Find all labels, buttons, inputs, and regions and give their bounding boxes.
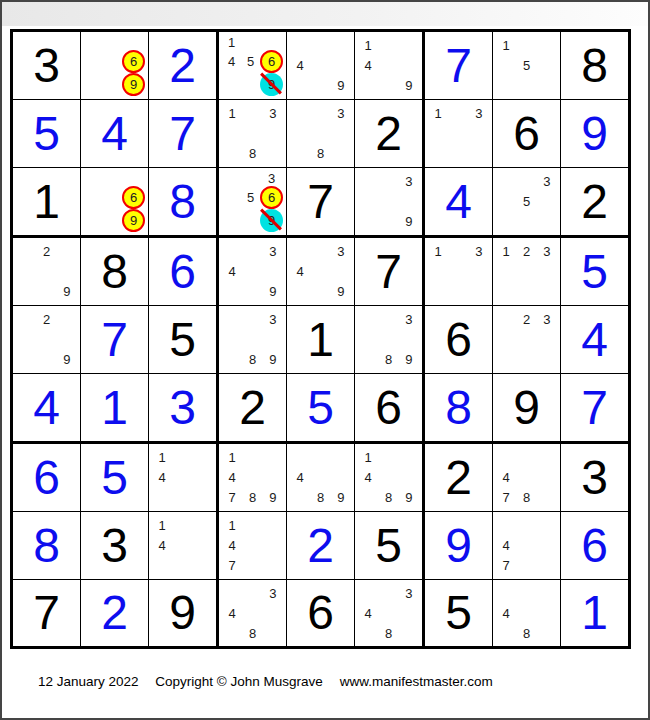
solved-digit: 5 <box>101 454 128 502</box>
pencil-marks: 478 <box>493 444 560 511</box>
candidate: 4 <box>496 603 516 623</box>
footer-copyright: Copyright © John Musgrave <box>155 674 323 689</box>
candidate: 3 <box>260 171 283 186</box>
cell-r9c1[interactable]: 7 <box>13 580 81 646</box>
cell-r2c1[interactable]: 5 <box>13 100 81 168</box>
candidate-circled-yellow: 9 <box>122 73 145 96</box>
candidate: 1 <box>428 103 448 123</box>
candidate: 8 <box>310 488 330 508</box>
given-digit: 6 <box>375 384 402 432</box>
candidate: 3 <box>537 171 557 191</box>
cell-r3c1[interactable]: 1 <box>13 168 81 238</box>
pencil-marks: 23 <box>493 306 560 373</box>
candidate: 2 <box>516 309 536 329</box>
pencil-marks: 47 <box>493 512 560 579</box>
candidate: 3 <box>399 171 419 191</box>
cell-r5c4[interactable]: 389 <box>219 306 287 374</box>
pencil-marks: 3569 <box>219 168 286 235</box>
candidate: 1 <box>152 447 172 467</box>
cell-r7c2[interactable]: 5 <box>81 444 149 512</box>
candidate: 4 <box>152 467 172 487</box>
cell-r5c2[interactable]: 7 <box>81 306 149 374</box>
footer-website: www.manifestmaster.com <box>340 674 493 689</box>
cell-r8c6[interactable]: 5 <box>355 512 425 580</box>
candidate: 9 <box>331 76 351 96</box>
candidate: 8 <box>378 350 398 370</box>
candidate: 3 <box>263 583 283 603</box>
candidate-eliminated-cyan: 9 <box>260 209 283 232</box>
candidate: 4 <box>222 50 241 73</box>
given-digit: 7 <box>307 178 334 226</box>
candidate: 5 <box>516 55 536 75</box>
cell-r9c3[interactable]: 9 <box>149 580 219 646</box>
candidate: 7 <box>496 488 516 508</box>
cell-r2c7[interactable]: 13 <box>425 100 493 168</box>
cell-r4c3[interactable]: 6 <box>149 238 219 306</box>
candidate: 4 <box>152 535 172 555</box>
cell-r6c2[interactable]: 1 <box>81 374 149 444</box>
cell-r6c5[interactable]: 5 <box>287 374 355 444</box>
top-gradient-bar <box>2 2 648 26</box>
candidate: 4 <box>222 535 242 555</box>
cell-r7c3[interactable]: 14 <box>149 444 219 512</box>
solved-digit: 9 <box>581 110 608 158</box>
pencil-marks: 38 <box>287 100 354 167</box>
solved-digit: 8 <box>445 384 472 432</box>
candidate: 3 <box>469 241 489 261</box>
candidate: 9 <box>399 488 419 508</box>
cell-r3c2[interactable]: 69 <box>81 168 149 238</box>
pencil-marks: 389 <box>219 306 286 373</box>
candidate: 8 <box>378 623 398 643</box>
solved-digit: 8 <box>169 178 196 226</box>
cell-r1c3[interactable]: 2 <box>149 32 219 100</box>
candidate: 4 <box>290 55 310 75</box>
candidate: 1 <box>496 35 516 55</box>
given-digit: 6 <box>445 316 472 364</box>
cell-r8c4[interactable]: 147 <box>219 512 287 580</box>
candidate: 9 <box>263 488 283 508</box>
candidate: 7 <box>222 556 242 576</box>
cell-r3c6[interactable]: 39 <box>355 168 425 238</box>
pencil-marks: 123 <box>493 238 560 305</box>
solved-digit: 6 <box>169 248 196 296</box>
candidate: 1 <box>358 447 378 467</box>
pencil-marks: 14 <box>149 512 216 579</box>
cell-r9c6[interactable]: 348 <box>355 580 425 646</box>
solved-digit: 5 <box>307 384 334 432</box>
cell-r6c1[interactable]: 4 <box>13 374 81 444</box>
candidate: 3 <box>263 241 283 261</box>
cell-r7c4[interactable]: 14789 <box>219 444 287 512</box>
solved-digit: 6 <box>581 522 608 570</box>
candidate: 8 <box>242 144 262 164</box>
solved-digit: 4 <box>33 384 60 432</box>
given-digit: 9 <box>169 589 196 637</box>
cell-r2c8[interactable]: 6 <box>493 100 561 168</box>
cell-r1c4[interactable]: 14569 <box>219 32 287 100</box>
cell-r8c7[interactable]: 9 <box>425 512 493 580</box>
given-digit: 1 <box>33 178 60 226</box>
cell-r7c6[interactable]: 1489 <box>355 444 425 512</box>
cell-r1c2[interactable]: 69 <box>81 32 149 100</box>
solved-digit: 8 <box>33 522 60 570</box>
cell-r1c7[interactable]: 7 <box>425 32 493 100</box>
candidate-circled-yellow: 6 <box>122 50 145 73</box>
pencil-marks: 149 <box>355 32 422 99</box>
cell-r6c8[interactable]: 9 <box>493 374 561 444</box>
solved-digit: 2 <box>101 589 128 637</box>
cell-r4c4[interactable]: 349 <box>219 238 287 306</box>
given-digit: 8 <box>581 42 608 90</box>
pencil-marks: 14789 <box>219 444 286 511</box>
candidate: 3 <box>537 241 557 261</box>
cell-r2c9[interactable]: 9 <box>561 100 628 168</box>
candidate-circled-yellow: 6 <box>260 186 283 209</box>
cell-r5c7[interactable]: 6 <box>425 306 493 374</box>
cell-r7c9[interactable]: 3 <box>561 444 628 512</box>
cell-r1c5[interactable]: 49 <box>287 32 355 100</box>
given-digit: 5 <box>169 316 196 364</box>
cell-r6c7[interactable]: 8 <box>425 374 493 444</box>
cell-r9c7[interactable]: 5 <box>425 580 493 646</box>
solved-digit: 7 <box>581 384 608 432</box>
candidate: 9 <box>57 282 77 302</box>
pencil-marks: 13 <box>425 100 492 167</box>
pencil-marks: 14 <box>149 444 216 511</box>
solved-digit: 6 <box>33 454 60 502</box>
given-digit: 2 <box>239 384 266 432</box>
candidate: 8 <box>242 623 262 643</box>
cell-r5c1[interactable]: 29 <box>13 306 81 374</box>
given-digit: 5 <box>375 522 402 570</box>
cell-r4c2[interactable]: 8 <box>81 238 149 306</box>
cell-r3c5[interactable]: 7 <box>287 168 355 238</box>
candidate: 4 <box>358 603 378 623</box>
given-digit: 6 <box>513 110 540 158</box>
cell-r9c4[interactable]: 348 <box>219 580 287 646</box>
candidate: 1 <box>358 35 378 55</box>
cell-r9c8[interactable]: 48 <box>493 580 561 646</box>
solved-digit: 3 <box>169 384 196 432</box>
given-digit: 5 <box>445 589 472 637</box>
pencil-marks: 69 <box>81 32 148 99</box>
cell-r7c8[interactable]: 478 <box>493 444 561 512</box>
solved-digit: 9 <box>445 522 472 570</box>
footer: 12 January 2022 Copyright © John Musgrav… <box>38 674 506 689</box>
candidate: 2 <box>516 241 536 261</box>
pencil-marks: 49 <box>287 32 354 99</box>
cell-r2c4[interactable]: 138 <box>219 100 287 168</box>
cell-r4c8[interactable]: 123 <box>493 238 561 306</box>
candidate: 5 <box>241 186 260 209</box>
candidate: 3 <box>399 309 419 329</box>
given-digit: 3 <box>581 454 608 502</box>
candidate: 8 <box>242 350 262 370</box>
candidate: 1 <box>222 103 242 123</box>
candidate: 1 <box>152 515 172 535</box>
solved-digit: 1 <box>581 589 608 637</box>
candidate: 8 <box>378 488 398 508</box>
candidate: 4 <box>358 467 378 487</box>
cell-r2c6[interactable]: 2 <box>355 100 425 168</box>
candidate-circled-yellow: 6 <box>122 186 145 209</box>
pencil-marks: 138 <box>219 100 286 167</box>
candidate: 4 <box>496 467 516 487</box>
footer-date: 12 January 2022 <box>38 674 139 689</box>
pencil-marks: 147 <box>219 512 286 579</box>
cell-r2c5[interactable]: 38 <box>287 100 355 168</box>
pencil-marks: 39 <box>355 168 422 235</box>
candidate: 8 <box>242 488 262 508</box>
pencil-marks: 48 <box>493 580 560 646</box>
solved-digit: 7 <box>101 316 128 364</box>
cell-r8c9[interactable]: 6 <box>561 512 628 580</box>
candidate: 9 <box>57 350 77 370</box>
solved-digit: 2 <box>307 522 334 570</box>
pencil-marks: 15 <box>493 32 560 99</box>
candidate-circled-yellow: 9 <box>122 209 145 232</box>
candidate: 1 <box>428 241 448 261</box>
cell-r3c7[interactable]: 4 <box>425 168 493 238</box>
given-digit: 8 <box>101 248 128 296</box>
given-digit: 1 <box>307 316 334 364</box>
solved-digit: 4 <box>445 178 472 226</box>
pencil-marks: 349 <box>219 238 286 305</box>
candidate: 8 <box>310 144 330 164</box>
cell-r7c5[interactable]: 489 <box>287 444 355 512</box>
pencil-marks: 35 <box>493 168 560 235</box>
given-digit: 9 <box>513 384 540 432</box>
given-digit: 2 <box>445 454 472 502</box>
candidate: 3 <box>331 103 351 123</box>
candidate: 4 <box>222 467 242 487</box>
pencil-marks: 13 <box>425 238 492 305</box>
solved-digit: 2 <box>169 42 196 90</box>
candidate: 5 <box>516 191 536 211</box>
candidate: 2 <box>36 309 56 329</box>
cell-r8c5[interactable]: 2 <box>287 512 355 580</box>
cell-r6c3[interactable]: 3 <box>149 374 219 444</box>
cell-r8c3[interactable]: 14 <box>149 512 219 580</box>
pencil-marks: 1489 <box>355 444 422 511</box>
candidate: 9 <box>399 350 419 370</box>
pencil-marks: 69 <box>81 168 148 235</box>
cell-r5c3[interactable]: 5 <box>149 306 219 374</box>
candidate-eliminated-cyan: 9 <box>260 73 283 96</box>
candidate: 7 <box>496 556 516 576</box>
cell-r8c2[interactable]: 3 <box>81 512 149 580</box>
cell-r5c6[interactable]: 389 <box>355 306 425 374</box>
candidate: 1 <box>222 515 242 535</box>
cell-r8c8[interactable]: 47 <box>493 512 561 580</box>
candidate: 8 <box>516 623 536 643</box>
pencil-marks: 348 <box>219 580 286 646</box>
cell-r4c1[interactable]: 29 <box>13 238 81 306</box>
candidate: 3 <box>263 309 283 329</box>
cell-r6c6[interactable]: 6 <box>355 374 425 444</box>
solved-digit: 7 <box>169 110 196 158</box>
given-digit: 6 <box>307 589 334 637</box>
solved-digit: 7 <box>445 42 472 90</box>
candidate: 4 <box>290 467 310 487</box>
given-digit: 3 <box>33 42 60 90</box>
given-digit: 7 <box>375 248 402 296</box>
candidate: 8 <box>516 488 536 508</box>
candidate: 4 <box>358 55 378 75</box>
candidate: 1 <box>222 447 242 467</box>
sudoku-board: 3692145694914971585471383821369169835697… <box>10 29 631 649</box>
given-digit: 3 <box>101 522 128 570</box>
candidate: 4 <box>290 261 310 281</box>
pencil-marks: 389 <box>355 306 422 373</box>
candidate: 3 <box>331 241 351 261</box>
given-digit: 2 <box>581 178 608 226</box>
cell-r5c9[interactable]: 4 <box>561 306 628 374</box>
given-digit: 2 <box>375 110 402 158</box>
cell-r2c2[interactable]: 4 <box>81 100 149 168</box>
pencil-marks: 489 <box>287 444 354 511</box>
candidate: 9 <box>263 350 283 370</box>
cell-r6c4[interactable]: 2 <box>219 374 287 444</box>
cell-r4c5[interactable]: 349 <box>287 238 355 306</box>
cell-r1c9[interactable]: 8 <box>561 32 628 100</box>
cell-r4c9[interactable]: 5 <box>561 238 628 306</box>
candidate: 1 <box>496 241 516 261</box>
pencil-marks: 349 <box>287 238 354 305</box>
solved-digit: 5 <box>581 248 608 296</box>
candidate: 9 <box>263 282 283 302</box>
candidate: 4 <box>222 261 242 281</box>
given-digit: 7 <box>33 589 60 637</box>
pencil-marks: 348 <box>355 580 422 646</box>
cell-r8c1[interactable]: 8 <box>13 512 81 580</box>
cell-r3c3[interactable]: 8 <box>149 168 219 238</box>
candidate: 9 <box>399 212 419 232</box>
candidate: 4 <box>222 603 242 623</box>
cell-r4c6[interactable]: 7 <box>355 238 425 306</box>
pencil-marks: 14569 <box>219 32 286 99</box>
candidate: 9 <box>399 76 419 96</box>
candidate-circled-yellow: 6 <box>260 50 283 73</box>
cell-r1c8[interactable]: 15 <box>493 32 561 100</box>
candidate: 9 <box>331 488 351 508</box>
solved-digit: 4 <box>101 110 128 158</box>
cell-r9c9[interactable]: 1 <box>561 580 628 646</box>
cell-r3c4[interactable]: 3569 <box>219 168 287 238</box>
pencil-marks: 29 <box>13 238 80 305</box>
candidate: 2 <box>36 241 56 261</box>
cell-r4c7[interactable]: 13 <box>425 238 493 306</box>
cell-r5c5[interactable]: 1 <box>287 306 355 374</box>
candidate: 3 <box>537 309 557 329</box>
cell-r7c7[interactable]: 2 <box>425 444 493 512</box>
cell-r1c1[interactable]: 3 <box>13 32 81 100</box>
solved-digit: 5 <box>33 110 60 158</box>
cell-r3c9[interactable]: 2 <box>561 168 628 238</box>
cell-r1c6[interactable]: 149 <box>355 32 425 100</box>
pencil-marks: 29 <box>13 306 80 373</box>
candidate: 3 <box>469 103 489 123</box>
candidate: 9 <box>331 282 351 302</box>
candidate: 3 <box>399 583 419 603</box>
cell-r7c1[interactable]: 6 <box>13 444 81 512</box>
solved-digit: 1 <box>101 384 128 432</box>
cell-r9c2[interactable]: 2 <box>81 580 149 646</box>
cell-r2c3[interactable]: 7 <box>149 100 219 168</box>
candidate: 4 <box>496 535 516 555</box>
candidate: 7 <box>222 488 242 508</box>
cell-r9c5[interactable]: 6 <box>287 580 355 646</box>
candidate: 5 <box>241 50 260 73</box>
candidate: 3 <box>263 103 283 123</box>
solved-digit: 4 <box>581 316 608 364</box>
cell-r6c9[interactable]: 7 <box>561 374 628 444</box>
cell-r3c8[interactable]: 35 <box>493 168 561 238</box>
candidate: 1 <box>222 35 241 50</box>
cell-r5c8[interactable]: 23 <box>493 306 561 374</box>
